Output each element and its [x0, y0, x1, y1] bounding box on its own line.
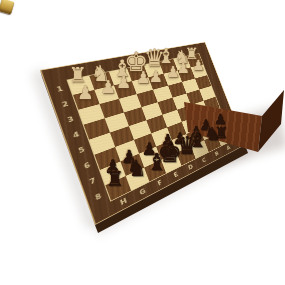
chess-set-product-photo: 12345678 HGFEDCBA ♜♞♝♛♚♝♞♜♟♟♟♟♟♟♟♟♟♟♟♟♟♟… — [0, 0, 285, 285]
brass-clasp-icon — [0, 0, 15, 15]
chess-board: 12345678 HGFEDCBA — [40, 42, 245, 225]
